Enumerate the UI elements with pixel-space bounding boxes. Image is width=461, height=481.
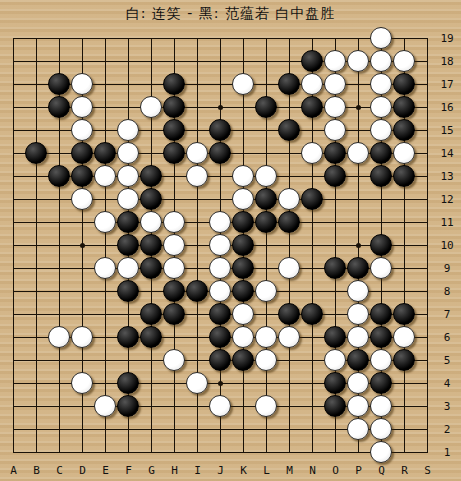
stone-white-D6 [71,326,93,348]
stone-black-K9 [232,257,254,279]
stone-black-F11 [117,211,139,233]
stone-black-K11 [232,211,254,233]
stone-black-G13 [140,165,162,187]
stone-black-G6 [140,326,162,348]
stone-black-R17 [393,73,415,95]
stone-black-O13 [324,165,346,187]
stone-white-J11 [209,211,231,233]
stone-white-F12 [117,188,139,210]
stone-black-D14 [71,142,93,164]
stone-white-Q15 [370,119,392,141]
column-label-Q: Q [370,464,393,477]
stone-black-H8 [163,280,185,302]
stone-white-K17 [232,73,254,95]
stone-white-I13 [186,165,208,187]
stone-white-L8 [255,280,277,302]
stone-black-R13 [393,165,415,187]
row-label-1: 1 [434,441,460,464]
stone-black-B14 [25,142,47,164]
row-label-11: 11 [434,211,460,234]
stone-black-M7 [278,303,300,325]
row-labels: 19181716151413121110987654321 [434,27,460,464]
stone-white-Q19 [370,27,392,49]
stone-black-J7 [209,303,231,325]
row-label-16: 16 [434,96,460,119]
stone-black-G10 [140,234,162,256]
stone-white-M6 [278,326,300,348]
column-label-G: G [140,464,163,477]
star-point-J4 [218,381,223,386]
stone-black-L16 [255,96,277,118]
stone-black-Q10 [370,234,392,256]
column-label-E: E [94,464,117,477]
stone-black-N12 [301,188,323,210]
stone-white-P7 [347,303,369,325]
row-label-4: 4 [434,372,460,395]
stone-black-F6 [117,326,139,348]
stone-black-H17 [163,73,185,95]
column-label-S: S [416,464,439,477]
stone-black-F4 [117,372,139,394]
stone-white-R14 [393,142,415,164]
column-label-I: I [186,464,209,477]
stone-white-D17 [71,73,93,95]
row-label-2: 2 [434,418,460,441]
stone-black-H16 [163,96,185,118]
stone-black-Q13 [370,165,392,187]
row-label-7: 7 [434,303,460,326]
stone-white-H10 [163,234,185,256]
stone-black-J6 [209,326,231,348]
stone-white-K13 [232,165,254,187]
game-title: 白: 连笑 - 黑: 范蕴若 白中盘胜 [0,5,461,23]
stone-white-Q3 [370,395,392,417]
row-label-3: 3 [434,395,460,418]
stone-black-N7 [301,303,323,325]
stone-white-Q9 [370,257,392,279]
stone-black-R5 [393,349,415,371]
stone-white-Q2 [370,418,392,440]
stone-white-E13 [94,165,116,187]
stone-black-L12 [255,188,277,210]
stone-white-E11 [94,211,116,233]
stone-white-H11 [163,211,185,233]
stone-black-Q14 [370,142,392,164]
stone-white-O5 [324,349,346,371]
stone-white-N17 [301,73,323,95]
stone-black-O3 [324,395,346,417]
stone-black-J14 [209,142,231,164]
column-label-K: K [232,464,255,477]
stone-white-H5 [163,349,185,371]
stone-white-I14 [186,142,208,164]
stone-white-K6 [232,326,254,348]
stone-white-Q5 [370,349,392,371]
row-label-9: 9 [434,257,460,280]
stone-white-K7 [232,303,254,325]
stone-white-G11 [140,211,162,233]
stone-white-G16 [140,96,162,118]
stone-black-O6 [324,326,346,348]
go-diagram-page: { "game": "go", "header": { "title": "白:… [0,0,461,481]
stone-white-P18 [347,50,369,72]
stone-white-D12 [71,188,93,210]
stone-white-P6 [347,326,369,348]
stone-black-H14 [163,142,185,164]
stone-white-D16 [71,96,93,118]
row-label-15: 15 [434,119,460,142]
stone-black-D13 [71,165,93,187]
row-label-19: 19 [434,27,460,50]
stone-white-O16 [324,96,346,118]
stone-black-M11 [278,211,300,233]
stone-black-H15 [163,119,185,141]
stone-white-F14 [117,142,139,164]
stone-white-P14 [347,142,369,164]
stone-white-P2 [347,418,369,440]
stone-white-P4 [347,372,369,394]
column-label-R: R [393,464,416,477]
star-point-J16 [218,105,223,110]
row-label-12: 12 [434,188,460,211]
stone-black-O4 [324,372,346,394]
stone-black-O9 [324,257,346,279]
stone-white-L5 [255,349,277,371]
stone-white-L13 [255,165,277,187]
stone-black-R16 [393,96,415,118]
stone-white-J3 [209,395,231,417]
stone-black-K10 [232,234,254,256]
stone-black-N16 [301,96,323,118]
stone-black-P9 [347,257,369,279]
stone-white-I4 [186,372,208,394]
star-point-P10 [356,243,361,248]
row-label-18: 18 [434,50,460,73]
row-label-8: 8 [434,280,460,303]
stone-white-Q17 [370,73,392,95]
stone-white-D4 [71,372,93,394]
stone-black-M17 [278,73,300,95]
stone-white-F13 [117,165,139,187]
stone-black-F8 [117,280,139,302]
stone-black-I8 [186,280,208,302]
stone-white-E9 [94,257,116,279]
column-label-D: D [71,464,94,477]
row-label-5: 5 [434,349,460,372]
column-label-N: N [301,464,324,477]
row-label-13: 13 [434,165,460,188]
stone-white-O17 [324,73,346,95]
stone-black-K5 [232,349,254,371]
row-label-14: 14 [434,142,460,165]
column-label-P: P [347,464,370,477]
stone-white-E3 [94,395,116,417]
stone-white-Q16 [370,96,392,118]
stone-black-K8 [232,280,254,302]
stone-black-Q6 [370,326,392,348]
column-label-H: H [163,464,186,477]
stone-black-N18 [301,50,323,72]
row-label-17: 17 [434,73,460,96]
column-label-A: A [2,464,25,477]
stone-white-R6 [393,326,415,348]
stone-white-O18 [324,50,346,72]
stone-black-F10 [117,234,139,256]
stone-black-R15 [393,119,415,141]
row-label-10: 10 [434,234,460,257]
stone-black-C16 [48,96,70,118]
stone-white-F15 [117,119,139,141]
column-labels: ABCDEFGHIJKLMNOPQRS [2,459,439,475]
star-point-D10 [80,243,85,248]
stone-white-J10 [209,234,231,256]
stone-white-M12 [278,188,300,210]
stone-white-P8 [347,280,369,302]
stone-white-M9 [278,257,300,279]
column-label-B: B [25,464,48,477]
stone-white-F9 [117,257,139,279]
stone-black-Q4 [370,372,392,394]
column-label-F: F [117,464,140,477]
stone-white-J9 [209,257,231,279]
go-board[interactable] [13,38,428,453]
stone-black-C13 [48,165,70,187]
stone-white-N14 [301,142,323,164]
stone-black-C17 [48,73,70,95]
stone-black-G9 [140,257,162,279]
column-label-O: O [324,464,347,477]
stone-white-C6 [48,326,70,348]
stone-white-L6 [255,326,277,348]
stone-black-M15 [278,119,300,141]
column-label-C: C [48,464,71,477]
stone-black-G12 [140,188,162,210]
stone-white-R18 [393,50,415,72]
stone-black-O14 [324,142,346,164]
stone-white-H9 [163,257,185,279]
stone-black-P5 [347,349,369,371]
stone-black-F3 [117,395,139,417]
stone-white-P3 [347,395,369,417]
stone-black-J5 [209,349,231,371]
stone-white-O15 [324,119,346,141]
stone-black-L11 [255,211,277,233]
stone-black-J15 [209,119,231,141]
stone-black-Q7 [370,303,392,325]
stone-white-J8 [209,280,231,302]
stone-white-L3 [255,395,277,417]
stone-white-Q18 [370,50,392,72]
stone-white-D15 [71,119,93,141]
stone-black-H7 [163,303,185,325]
column-label-J: J [209,464,232,477]
stone-white-K12 [232,188,254,210]
column-label-M: M [278,464,301,477]
row-label-6: 6 [434,326,460,349]
star-point-P16 [356,105,361,110]
column-label-L: L [255,464,278,477]
stone-black-R7 [393,303,415,325]
stone-black-G7 [140,303,162,325]
stone-black-E14 [94,142,116,164]
